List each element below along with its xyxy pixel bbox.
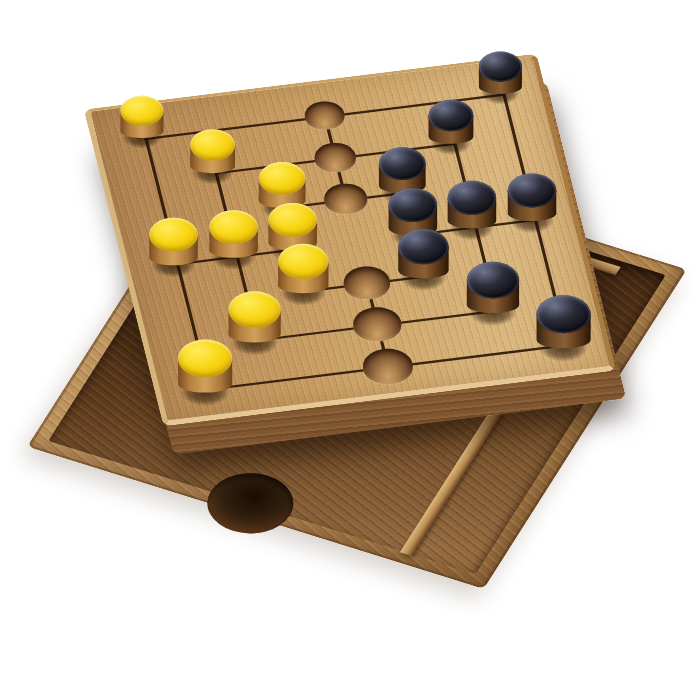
peg-yellow[interactable] — [278, 243, 328, 308]
empty-hole[interactable] — [363, 349, 413, 384]
peg-yellow[interactable] — [209, 210, 258, 273]
peg-black[interactable] — [536, 295, 590, 365]
point-a3 — [153, 281, 223, 330]
point-g7[interactable] — [469, 70, 539, 119]
empty-hole[interactable] — [324, 184, 367, 214]
peg-top-face — [467, 262, 519, 299]
point-c2 — [283, 308, 353, 357]
peg-top-face — [379, 148, 426, 181]
empty-hole[interactable] — [344, 266, 390, 298]
empty-hole[interactable] — [353, 307, 401, 341]
point-a1[interactable] — [174, 365, 244, 414]
point-d4 — [322, 217, 392, 266]
peg-top-face — [479, 52, 522, 82]
point-d6[interactable] — [300, 134, 370, 183]
peg-top-face — [278, 243, 328, 278]
point-a7[interactable] — [111, 114, 181, 163]
product-photo-scene — [0, 0, 700, 700]
peg-top-face — [388, 188, 437, 222]
peg-yellow[interactable] — [150, 218, 199, 281]
peg-top-face — [536, 295, 590, 333]
game-board — [120, 10, 580, 470]
point-d1[interactable] — [353, 343, 423, 392]
point-f6[interactable] — [420, 119, 490, 168]
peg-top-face — [429, 100, 474, 131]
point-e1 — [413, 335, 483, 384]
point-f1 — [472, 328, 542, 377]
peg-top-face — [507, 173, 556, 207]
point-f4[interactable] — [441, 203, 511, 252]
point-g6 — [479, 112, 549, 161]
point-f2[interactable] — [462, 286, 532, 335]
peg-black[interactable] — [467, 262, 519, 329]
point-b4[interactable] — [202, 232, 272, 281]
point-d3[interactable] — [332, 259, 402, 308]
point-g3 — [511, 237, 581, 286]
point-d2[interactable] — [343, 301, 413, 350]
point-e2 — [402, 294, 472, 343]
board-top-face — [84, 53, 617, 426]
point-b1 — [234, 357, 304, 406]
peg-top-face — [178, 339, 232, 377]
point-a4[interactable] — [143, 240, 213, 289]
point-b6[interactable] — [181, 149, 251, 198]
point-c7 — [230, 100, 300, 149]
point-e7 — [350, 85, 420, 134]
peg-top-face — [209, 210, 258, 244]
point-e3[interactable] — [392, 252, 462, 301]
peg-yellow[interactable] — [190, 129, 235, 187]
point-d7[interactable] — [290, 92, 360, 141]
peg-black[interactable] — [448, 181, 497, 244]
peg-top-face — [190, 129, 235, 160]
point-g1[interactable] — [532, 321, 602, 370]
peg-black[interactable] — [507, 173, 556, 236]
point-d5[interactable] — [311, 176, 381, 225]
peg-black[interactable] — [429, 100, 474, 158]
point-g4[interactable] — [500, 195, 570, 244]
empty-hole[interactable] — [305, 102, 345, 130]
peg-yellow[interactable] — [228, 291, 280, 358]
empty-hole[interactable] — [315, 143, 356, 172]
peg-top-face — [398, 229, 448, 264]
peg-top-face — [448, 181, 497, 215]
point-a6 — [122, 156, 192, 205]
peg-black[interactable] — [479, 52, 522, 107]
peg-yellow[interactable] — [178, 339, 232, 409]
peg-yellow[interactable] — [121, 96, 164, 151]
morris-grid — [111, 70, 602, 414]
peg-top-face — [150, 218, 199, 252]
peg-top-face — [228, 291, 280, 328]
point-b2[interactable] — [223, 316, 293, 365]
point-c3[interactable] — [272, 267, 342, 316]
peg-black[interactable] — [398, 229, 448, 294]
point-c1 — [293, 350, 363, 399]
peg-top-face — [269, 203, 318, 237]
